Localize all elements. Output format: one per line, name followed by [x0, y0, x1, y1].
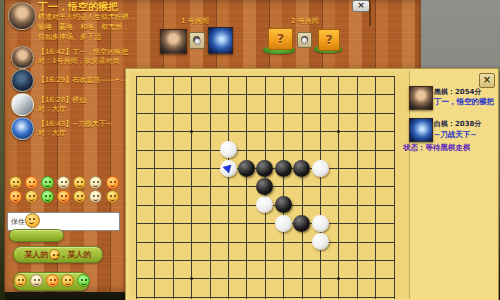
emoticon-button[interactable]: [106, 190, 119, 203]
star-point: [190, 130, 193, 133]
emoticon-button[interactable]: [41, 176, 54, 189]
chat-input-value: 保住: [11, 217, 25, 227]
pill-emoticon: [46, 274, 59, 287]
last-move-marker: [223, 165, 232, 174]
black-stone: [238, 160, 255, 177]
table1-game-icon: [189, 32, 205, 49]
white-stone: [312, 215, 329, 232]
quick-phrase-pill-text[interactable]: 某人的，某人的: [13, 246, 103, 263]
emoticon-panel: [9, 176, 121, 206]
grid-line: [136, 242, 394, 243]
banner-line: 你如多捧场、多下活: [38, 33, 101, 42]
table2-label: 2 号房间: [291, 17, 319, 26]
pill-text: ，某人的: [60, 250, 92, 259]
white-stone: [220, 160, 237, 177]
quick-phrase-pill[interactable]: [9, 229, 64, 242]
table1-label: 1 号房间: [181, 17, 209, 26]
white-stone: [275, 215, 292, 232]
grid-line: [136, 113, 394, 114]
pill-emoticon: [61, 274, 74, 287]
emoticon-button[interactable]: [9, 190, 22, 203]
chat-message: 对：大厅: [38, 129, 66, 138]
table2-empty-seat-left[interactable]: ?: [268, 28, 293, 50]
emoticon-button[interactable]: [89, 190, 102, 203]
emoticon-button[interactable]: [89, 176, 102, 189]
white-player-rating: 白棋：2038分: [434, 119, 481, 129]
black-player-avatar: [409, 86, 433, 110]
emoticon-button[interactable]: [25, 190, 38, 203]
grid-line: [246, 76, 247, 299]
table1-seat-black-avatar[interactable]: [160, 29, 187, 54]
banner-line: 输咯、赢咯、和咯、都无憾，: [38, 23, 129, 32]
grid-line: [173, 76, 174, 299]
dialog-close-button[interactable]: ×: [479, 73, 495, 88]
white-player-name: ~刀战天下~: [434, 130, 477, 140]
white-player-avatar: [409, 118, 433, 142]
chat-avatar[interactable]: [11, 93, 34, 116]
emoticon-button[interactable]: [57, 190, 70, 203]
grid-line: [357, 76, 358, 299]
emoticon-button[interactable]: [41, 190, 54, 203]
grid-line: [136, 131, 394, 132]
table2-game-icon: [297, 32, 312, 48]
black-stone: [293, 160, 310, 177]
grid-line: [136, 260, 394, 261]
chat-message: 对：大厅: [38, 105, 66, 114]
grid-line: [283, 76, 284, 299]
grid-line: [320, 76, 321, 299]
white-stone: [312, 160, 329, 177]
grid-line: [394, 76, 395, 299]
black-stone: [275, 160, 292, 177]
star-point: [337, 277, 340, 280]
grid-line: [302, 76, 303, 299]
pill-emoticon: [14, 274, 27, 287]
game-board-dialog: × 黑棋：2054分 丁一，悟空的猴把 白棋：2038分 ~刀战天下~ 状态：等…: [125, 68, 499, 300]
chat-message: 【16:29】石吹直笛——+——: [38, 76, 134, 85]
chat-avatar[interactable]: [11, 69, 34, 92]
grid-line: [136, 223, 394, 224]
chat-message: 对：1号房间，欢笑请对局: [38, 57, 119, 66]
chat-message: 【16:43】~刀战天下~: [38, 120, 112, 129]
grid-line: [228, 76, 229, 299]
grid-line: [136, 76, 137, 299]
pill-emoticon: [77, 274, 90, 287]
room-close-button[interactable]: ×: [352, 0, 370, 12]
pill-text: 某人的: [25, 250, 49, 259]
game-room-screen: × 丁一，悟空的猴把 棋逢对手人约会人生似天好棋， 输咯、赢咯、和咯、都无憾， …: [0, 0, 500, 300]
emoticon-button[interactable]: [73, 176, 86, 189]
game-status-text: 状态：等待黑棋走棋: [403, 143, 471, 153]
emoticon-button[interactable]: [25, 176, 38, 189]
table1-seat-white-avatar[interactable]: [208, 27, 233, 54]
banner-avatar: [8, 2, 36, 30]
grid-line: [375, 76, 376, 299]
quick-phrase-pill-emojis[interactable]: [13, 272, 89, 291]
pill-emoticon: [49, 249, 60, 260]
gomoku-board[interactable]: [129, 71, 410, 299]
grid-line: [136, 76, 394, 77]
black-stone: [256, 178, 273, 195]
banner-title: 丁一，悟空的猴把: [38, 0, 118, 14]
grid-line: [338, 76, 339, 299]
star-point: [337, 130, 340, 133]
grid-line: [154, 76, 155, 299]
white-stone: [256, 196, 273, 213]
pill-emoticon: [30, 274, 43, 287]
grid-line: [136, 278, 394, 279]
emoticon-button[interactable]: [106, 176, 119, 189]
grid-line: [210, 76, 211, 299]
banner-line: 棋逢对手人约会人生似天好棋，: [38, 13, 136, 22]
board-grid: [136, 76, 394, 299]
black-player-rating: 黑棋：2054分: [434, 87, 481, 97]
star-point: [190, 277, 193, 280]
grid-line: [136, 297, 394, 298]
emoticon-button[interactable]: [73, 190, 86, 203]
chat-avatar[interactable]: [11, 46, 34, 69]
black-stone: [275, 196, 292, 213]
table2-empty-seat-right[interactable]: ?: [318, 29, 340, 51]
chat-input-emoticon: [25, 213, 40, 228]
white-stone: [312, 233, 329, 250]
emoticon-button[interactable]: [9, 176, 22, 189]
chat-message: 【16:28】棋仙: [38, 96, 86, 105]
grid-line: [136, 94, 394, 95]
white-stone: [220, 141, 237, 158]
chat-avatar[interactable]: [11, 117, 34, 140]
black-stone: [293, 215, 310, 232]
chat-message: 【16:42】丁一，悟空的猴把: [38, 48, 128, 57]
black-player-name: 丁一，悟空的猴把: [434, 97, 494, 107]
rope-decoration: [369, 0, 371, 26]
emoticon-button[interactable]: [57, 176, 70, 189]
grid-line: [136, 150, 394, 151]
grid-line: [191, 76, 192, 299]
black-stone: [256, 160, 273, 177]
